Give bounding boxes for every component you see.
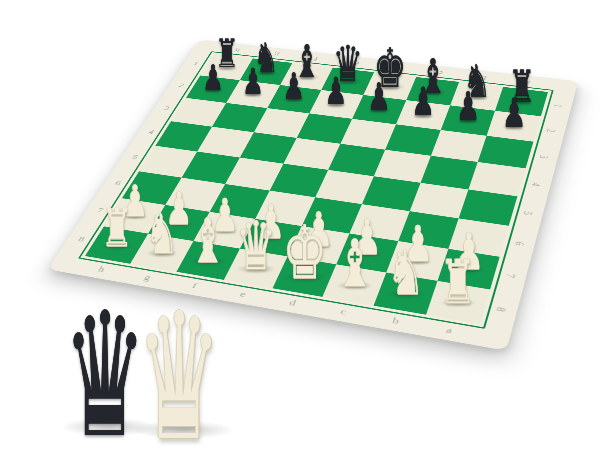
rank-label-left-1: 1 xyxy=(192,60,201,67)
rank-label-right-8: 8 xyxy=(492,306,509,313)
piece-black-pawn-h2[interactable]: ♟ xyxy=(202,60,224,95)
rank-label-left-2: 2 xyxy=(177,82,186,89)
file-label-near-c: c xyxy=(339,306,348,317)
rank-label-right-7: 7 xyxy=(502,272,519,278)
piece-white-king-d8[interactable]: ♚ xyxy=(282,216,327,289)
rank-label-right-5: 5 xyxy=(520,210,536,216)
file-label-near-e: e xyxy=(238,289,248,299)
rank-label-left-4: 4 xyxy=(147,128,156,136)
file-label-near-b: b xyxy=(391,315,401,326)
piece-black-pawn-g2[interactable]: ♟ xyxy=(242,64,264,100)
piece-black-pawn-b2[interactable]: ♟ xyxy=(456,88,480,128)
rank-label-left-8: 8 xyxy=(76,234,87,243)
rank-label-right-4: 4 xyxy=(528,181,543,186)
file-label-near-a: a xyxy=(445,325,454,336)
piece-white-knight-b8[interactable]: ♞ xyxy=(387,242,425,304)
file-label-near-d: d xyxy=(288,297,298,308)
extra-queen-black[interactable]: ♛ xyxy=(63,290,146,450)
product-photo-scene: hhggffeeddccbbaa1122334455667788 ♜♞♝♚♛♝♞… xyxy=(0,0,600,450)
rank-label-right-2: 2 xyxy=(544,128,559,133)
piece-white-knight-g8[interactable]: ♞ xyxy=(145,207,179,262)
file-label-near-h: h xyxy=(96,264,107,274)
extra-queen-white[interactable]: ♛ xyxy=(136,290,221,450)
piece-white-bishop-f8[interactable]: ♝ xyxy=(190,210,227,271)
piece-black-pawn-f2[interactable]: ♟ xyxy=(283,69,305,106)
piece-white-bishop-c8[interactable]: ♝ xyxy=(335,231,375,296)
piece-black-pawn-c2[interactable]: ♟ xyxy=(411,83,435,122)
rank-label-right-3: 3 xyxy=(536,154,551,159)
piece-white-rook-a8[interactable]: ♜ xyxy=(440,252,477,313)
rank-label-right-6: 6 xyxy=(511,240,527,246)
piece-white-queen-e8[interactable]: ♛ xyxy=(235,213,276,280)
rank-label-left-5: 5 xyxy=(130,153,140,161)
piece-black-pawn-a2[interactable]: ♟ xyxy=(502,93,527,134)
piece-black-pawn-d2[interactable]: ♟ xyxy=(368,78,391,116)
piece-white-rook-h8[interactable]: ♜ xyxy=(101,202,133,254)
rank-label-right-1: 1 xyxy=(551,103,565,107)
piece-black-pawn-e2[interactable]: ♟ xyxy=(325,73,348,110)
rank-label-left-3: 3 xyxy=(162,104,171,111)
